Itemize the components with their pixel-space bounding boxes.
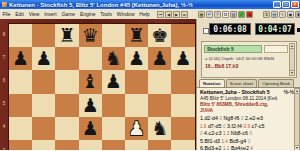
move-time: 0.9	[244, 124, 250, 129]
white-clock: 0:06:08	[209, 23, 251, 35]
active-clock-indicator	[297, 28, 300, 32]
square-a6[interactable]	[9, 70, 32, 93]
piece-black-pawn[interactable]: ♟	[125, 47, 148, 70]
piece-black-bishop[interactable]: ♝	[79, 70, 102, 93]
square-c3[interactable]	[55, 140, 78, 150]
move-token[interactable]: c7-c5	[251, 123, 264, 129]
move-token[interactable]: 1.d2-d4	[200, 115, 218, 121]
move-token[interactable]: Bg4xe2	[231, 145, 249, 150]
square-a8[interactable]	[9, 24, 32, 47]
rank-label-7: 7	[1, 55, 7, 60]
square-c6[interactable]	[55, 70, 78, 93]
menu-tools[interactable]: Tools	[98, 11, 114, 17]
square-f3[interactable]	[125, 140, 148, 150]
engine-status-line: = (0.00) Depth: 14/2 00:00:08 85kN	[205, 56, 289, 61]
engine-on-icon[interactable]: ✓	[238, 11, 245, 18]
square-g5[interactable]	[148, 94, 171, 117]
square-d4[interactable]: ♟	[79, 117, 102, 140]
move-token[interactable]: Bc8-g4	[229, 138, 246, 144]
square-c4[interactable]	[55, 117, 78, 140]
square-h3[interactable]	[171, 140, 194, 150]
piece-black-rook[interactable]: ♜	[125, 24, 148, 47]
move-token[interactable]: 6.Bd3-e2	[200, 145, 222, 150]
square-b4[interactable]	[32, 117, 55, 140]
square-g8[interactable]: ♚	[148, 24, 171, 47]
chess-board[interactable]: ♜♛♜♚♟♟♞♟♟♟♝♟♟♟♟♞	[8, 23, 196, 150]
scroll-up-icon[interactable]: ▲	[295, 89, 299, 94]
move-time: 0	[223, 124, 226, 129]
square-h8[interactable]	[171, 24, 194, 47]
next-move-button[interactable]: ▶	[173, 11, 180, 18]
move-time: 1.6	[200, 124, 206, 129]
move-time: 0	[200, 131, 203, 136]
move-token[interactable]: 3.f2-f4	[227, 123, 242, 129]
move-time: 1.3	[223, 131, 229, 136]
square-a5[interactable]	[9, 94, 32, 117]
rank-label-6: 6	[1, 78, 7, 83]
menu-engine[interactable]: Engine	[77, 11, 97, 17]
square-a7[interactable]: ♟	[9, 47, 32, 70]
square-d8[interactable]: ♛	[79, 24, 102, 47]
square-e8[interactable]	[102, 24, 125, 47]
square-e7[interactable]: ♞	[102, 47, 125, 70]
square-f7[interactable]: ♟	[125, 47, 148, 70]
new-game-icon[interactable]: ▦	[198, 11, 205, 18]
piece-black-pawn[interactable]: ♟	[102, 70, 125, 93]
first-move-button[interactable]: ⏮	[157, 11, 164, 18]
dice-icon[interactable]: ⚄	[222, 11, 229, 18]
minimize-icon[interactable]: _	[273, 1, 281, 8]
engine-panel: Stockfish 5 = (0.00) Depth: 14/2 00:00:0…	[201, 41, 297, 78]
notation-panel: Kettunen,Juha - Stockfish 5 ½-½ A45 Blit…	[197, 87, 300, 150]
engine-progress-box	[264, 45, 288, 53]
square-f5[interactable]	[125, 94, 148, 117]
square-e5[interactable]	[102, 94, 125, 117]
annotate-icon[interactable]: ✎	[279, 11, 286, 18]
rank-label-5: 5	[1, 101, 7, 106]
engine-window-icon[interactable]: ▥	[230, 11, 237, 18]
rank-label-3: 3	[1, 148, 7, 151]
database-icon[interactable]: ▤	[271, 11, 278, 18]
square-g3[interactable]	[148, 140, 171, 150]
square-h4[interactable]	[171, 117, 194, 140]
move-token[interactable]: Nb8-c6	[231, 130, 248, 136]
prev-move-button[interactable]: ◀	[165, 11, 172, 18]
game-players: Kettunen,Juha - Stockfish 5	[200, 89, 270, 95]
piece-black-knight[interactable]: ♞	[148, 117, 171, 140]
chess-board-frame: 876543 ♜♛♜♚♟♟♞♟♟♟♝♟♟♟♟♞	[0, 19, 196, 150]
piece-black-queen[interactable]: ♛	[79, 24, 102, 47]
engine-stop-icon[interactable]: ●	[246, 11, 253, 18]
square-g4[interactable]: ♞	[148, 117, 171, 140]
square-b7[interactable]: ♟	[32, 47, 55, 70]
last-move-button[interactable]: ⏭	[181, 11, 188, 18]
piece-black-rook[interactable]: ♜	[55, 24, 78, 47]
notation-scrollbar[interactable]: ▲ ▼	[294, 88, 300, 150]
piece-white-pawn[interactable]: ♟	[125, 117, 148, 140]
square-h5[interactable]	[171, 94, 194, 117]
square-b5[interactable]	[32, 94, 55, 117]
piece-black-knight[interactable]: ♞	[102, 47, 125, 70]
vcr-controls: ⏮◀▶⏭	[157, 11, 189, 18]
maximize-icon[interactable]: □	[282, 1, 290, 8]
hint-icon[interactable]: ?	[214, 11, 221, 18]
close-icon[interactable]: ×	[291, 1, 299, 8]
menu-edit[interactable]: Edit	[13, 11, 26, 17]
move-time: 1.1	[223, 146, 229, 150]
menu-view[interactable]: View	[26, 11, 42, 17]
square-e3[interactable]	[102, 140, 125, 150]
square-d7[interactable]	[79, 47, 102, 70]
menu-window[interactable]: Window	[114, 11, 137, 17]
square-d6[interactable]: ♝	[79, 70, 102, 93]
piece-black-pawn[interactable]: ♟	[79, 117, 102, 140]
app-icon	[2, 2, 7, 7]
scroll-down-icon[interactable]: ▼	[295, 145, 299, 150]
titlebar[interactable]: Kettunen - Stockfish 5, Blitz 5' London …	[0, 0, 300, 9]
square-g7[interactable]: ♟	[148, 47, 171, 70]
toolbar: ▦↶?⚄▥✓●⇅▤✎▣▮◆⚙?	[189, 11, 300, 18]
square-f4[interactable]: ♟	[125, 117, 148, 140]
engine-name-badge[interactable]: Stockfish 5	[204, 45, 262, 53]
move-time: 1.4	[222, 139, 228, 144]
menu-file[interactable]: File	[0, 11, 13, 17]
move-token[interactable]: Ng8-f6	[224, 115, 240, 121]
right-panel: 0:06:08 0:04:07 Stockfish 5 = (0.00) Dep…	[196, 19, 300, 150]
square-b6[interactable]	[32, 70, 55, 93]
square-b3[interactable]	[32, 140, 55, 150]
move-token[interactable]: 5.Bf1-d3	[200, 138, 220, 144]
square-d3[interactable]	[79, 140, 102, 150]
black-clock: 0:04:07	[255, 23, 295, 35]
chess-gui-window: Kettunen - Stockfish 5, Blitz 5' London …	[0, 0, 300, 150]
levels-icon[interactable]: ▮	[295, 11, 300, 18]
square-e4[interactable]	[102, 117, 125, 140]
square-c5[interactable]	[55, 94, 78, 117]
square-g6[interactable]	[148, 70, 171, 93]
square-f6[interactable]	[125, 70, 148, 93]
scroll-down-icon[interactable]: ▼	[290, 70, 294, 75]
scroll-up-icon[interactable]: ▲	[290, 44, 294, 49]
piece-black-pawn[interactable]: ♟	[9, 47, 32, 70]
square-h7[interactable]: ♟	[171, 47, 194, 70]
move-time: 0	[248, 139, 251, 144]
square-c8[interactable]: ♜	[55, 24, 78, 47]
game-result: ½-½	[283, 89, 294, 95]
flip-board-icon[interactable]: ⇅	[263, 11, 270, 18]
move-list: 1.d2-d40Ng8-f602.e2-e31.6d7-d503.f2-f40.…	[200, 115, 294, 150]
square-b8[interactable]	[32, 24, 55, 47]
engine-scrollbar[interactable]: ▲ ▼	[289, 43, 295, 76]
square-e6[interactable]: ♟	[102, 70, 125, 93]
piece-black-pawn[interactable]: ♟	[79, 94, 102, 117]
move-time: 0	[249, 131, 252, 136]
piece-black-king[interactable]: ♚	[148, 24, 171, 47]
move-token[interactable]: d7-d5	[208, 123, 222, 129]
rank-label-4: 4	[1, 124, 7, 129]
game-annotation-1: Blitz 5' 863MB, Shredder8.ctg,	[200, 102, 294, 107]
move-time: 4	[250, 146, 253, 150]
engine-pv-line[interactable]: 16...Bb8 17.h3	[205, 63, 289, 69]
menu-game[interactable]: Game	[59, 11, 77, 17]
square-a4[interactable]	[9, 117, 32, 140]
square-c7[interactable]	[55, 47, 78, 70]
piece-black-pawn[interactable]: ♟	[171, 47, 194, 70]
menu-insert[interactable]: Insert	[42, 11, 59, 17]
menu-items: FileEditViewInsertGameEngineToolsWindowH…	[0, 11, 152, 17]
window-title: Kettunen - Stockfish 5, Blitz 5' London …	[9, 2, 273, 8]
square-a3[interactable]	[9, 140, 32, 150]
move-token[interactable]: 2.e2-e3	[245, 115, 263, 121]
game-annotation-2: JUHA	[200, 108, 294, 113]
menu-help[interactable]: Help	[137, 11, 152, 17]
move-time: 0	[241, 116, 244, 121]
move-token[interactable]: 4.c2-c3	[204, 130, 221, 136]
move-time: 0	[219, 116, 222, 121]
take-back-icon[interactable]: ↶	[206, 11, 213, 18]
clipboard-icon[interactable]: ▣	[287, 11, 294, 18]
rank-label-8: 8	[1, 32, 7, 37]
square-h6[interactable]	[171, 70, 194, 93]
square-d5[interactable]: ♟	[79, 94, 102, 117]
game-info: A45 Blitz 5' London 08.11.2014 [Kett	[200, 96, 294, 101]
square-f8[interactable]: ♜	[125, 24, 148, 47]
piece-black-pawn[interactable]: ♟	[148, 47, 171, 70]
piece-black-pawn[interactable]: ♟	[32, 47, 55, 70]
